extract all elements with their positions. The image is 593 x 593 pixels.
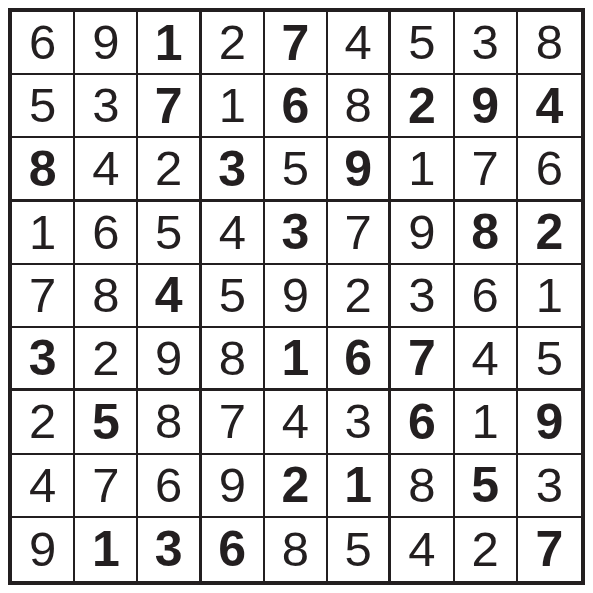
cell-r6c5[interactable]: 1 — [265, 328, 328, 391]
cell-r6c6[interactable]: 6 — [328, 328, 391, 391]
cell-r5c9[interactable]: 1 — [518, 265, 581, 328]
cell-r2c6[interactable]: 8 — [328, 75, 391, 138]
cell-r8c2[interactable]: 7 — [75, 455, 138, 518]
cell-r3c3[interactable]: 2 — [138, 138, 201, 201]
cell-r8c4[interactable]: 9 — [202, 455, 265, 518]
cell-r7c5[interactable]: 4 — [265, 391, 328, 454]
cell-r7c1[interactable]: 2 — [12, 391, 75, 454]
cell-r2c4[interactable]: 1 — [202, 75, 265, 138]
cell-r7c6[interactable]: 3 — [328, 391, 391, 454]
cell-r3c8[interactable]: 7 — [455, 138, 518, 201]
cell-r3c4[interactable]: 3 — [202, 138, 265, 201]
cell-r2c5[interactable]: 6 — [265, 75, 328, 138]
cell-r3c7[interactable]: 1 — [391, 138, 454, 201]
cell-r4c7[interactable]: 9 — [391, 202, 454, 265]
cell-r8c3[interactable]: 6 — [138, 455, 201, 518]
cell-r4c6[interactable]: 7 — [328, 202, 391, 265]
cell-r8c8[interactable]: 5 — [455, 455, 518, 518]
cell-r2c8[interactable]: 9 — [455, 75, 518, 138]
cell-r6c9[interactable]: 5 — [518, 328, 581, 391]
cell-r5c1[interactable]: 7 — [12, 265, 75, 328]
cell-r9c5[interactable]: 8 — [265, 518, 328, 581]
cell-r9c1[interactable]: 9 — [12, 518, 75, 581]
cell-r5c5[interactable]: 9 — [265, 265, 328, 328]
cell-r7c7[interactable]: 6 — [391, 391, 454, 454]
cell-r9c7[interactable]: 4 — [391, 518, 454, 581]
cell-r5c3[interactable]: 4 — [138, 265, 201, 328]
cell-r6c1[interactable]: 3 — [12, 328, 75, 391]
cell-r4c5[interactable]: 3 — [265, 202, 328, 265]
cell-r6c2[interactable]: 2 — [75, 328, 138, 391]
cell-r4c1[interactable]: 1 — [12, 202, 75, 265]
cell-r4c3[interactable]: 5 — [138, 202, 201, 265]
cell-r2c9[interactable]: 4 — [518, 75, 581, 138]
cell-r8c6[interactable]: 1 — [328, 455, 391, 518]
cell-r5c2[interactable]: 8 — [75, 265, 138, 328]
cell-r4c9[interactable]: 2 — [518, 202, 581, 265]
cell-r3c2[interactable]: 4 — [75, 138, 138, 201]
cell-r1c6[interactable]: 4 — [328, 12, 391, 75]
cell-r7c9[interactable]: 9 — [518, 391, 581, 454]
cell-r7c8[interactable]: 1 — [455, 391, 518, 454]
cell-r4c8[interactable]: 8 — [455, 202, 518, 265]
cell-r2c1[interactable]: 5 — [12, 75, 75, 138]
cell-r3c6[interactable]: 9 — [328, 138, 391, 201]
cell-r6c4[interactable]: 8 — [202, 328, 265, 391]
cell-r5c7[interactable]: 3 — [391, 265, 454, 328]
cell-r4c2[interactable]: 6 — [75, 202, 138, 265]
cell-r7c2[interactable]: 5 — [75, 391, 138, 454]
cell-r2c2[interactable]: 3 — [75, 75, 138, 138]
cell-r6c7[interactable]: 7 — [391, 328, 454, 391]
cell-r9c4[interactable]: 6 — [202, 518, 265, 581]
cell-r1c9[interactable]: 8 — [518, 12, 581, 75]
cell-r7c3[interactable]: 8 — [138, 391, 201, 454]
cell-r9c9[interactable]: 7 — [518, 518, 581, 581]
cell-r1c4[interactable]: 2 — [202, 12, 265, 75]
cell-r8c1[interactable]: 4 — [12, 455, 75, 518]
cell-r3c1[interactable]: 8 — [12, 138, 75, 201]
cell-r9c8[interactable]: 2 — [455, 518, 518, 581]
cell-r1c5[interactable]: 7 — [265, 12, 328, 75]
cell-r1c3[interactable]: 1 — [138, 12, 201, 75]
cell-r3c9[interactable]: 6 — [518, 138, 581, 201]
sudoku-board: 6912745385371682948423591761654379827845… — [8, 8, 585, 585]
cell-r4c4[interactable]: 4 — [202, 202, 265, 265]
cell-r5c6[interactable]: 2 — [328, 265, 391, 328]
cell-r3c5[interactable]: 5 — [265, 138, 328, 201]
cell-r8c9[interactable]: 3 — [518, 455, 581, 518]
page: 6912745385371682948423591761654379827845… — [0, 8, 593, 593]
cell-r1c7[interactable]: 5 — [391, 12, 454, 75]
cell-r1c1[interactable]: 6 — [12, 12, 75, 75]
cell-r9c2[interactable]: 1 — [75, 518, 138, 581]
cell-r5c4[interactable]: 5 — [202, 265, 265, 328]
cell-r7c4[interactable]: 7 — [202, 391, 265, 454]
cell-r1c8[interactable]: 3 — [455, 12, 518, 75]
cell-r9c3[interactable]: 3 — [138, 518, 201, 581]
cell-r8c5[interactable]: 2 — [265, 455, 328, 518]
cell-r1c2[interactable]: 9 — [75, 12, 138, 75]
cell-r9c6[interactable]: 5 — [328, 518, 391, 581]
cell-r6c8[interactable]: 4 — [455, 328, 518, 391]
cell-r6c3[interactable]: 9 — [138, 328, 201, 391]
cell-r2c3[interactable]: 7 — [138, 75, 201, 138]
cell-r2c7[interactable]: 2 — [391, 75, 454, 138]
cell-r5c8[interactable]: 6 — [455, 265, 518, 328]
cell-r8c7[interactable]: 8 — [391, 455, 454, 518]
